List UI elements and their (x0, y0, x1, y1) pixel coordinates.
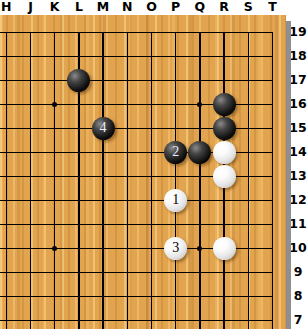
grid-line-row-8 (0, 296, 273, 297)
go-diagram: HJKLMNOPQRST 19181716151413121110987 421… (0, 0, 308, 329)
row-label-8: 8 (288, 288, 308, 304)
stone-black-M15[interactable]: 4 (92, 117, 115, 140)
column-label-P: P (166, 0, 186, 14)
move-number-label: 2 (172, 145, 179, 159)
move-number-label: 1 (172, 193, 179, 207)
stone-black-R15[interactable] (213, 117, 236, 140)
row-label-13: 13 (288, 168, 308, 184)
move-number-label: 4 (100, 121, 107, 135)
stone-black-R16[interactable] (213, 93, 236, 116)
column-label-R: R (214, 0, 234, 14)
row-label-18: 18 (288, 48, 308, 64)
board-edge-shadow (286, 21, 291, 329)
grid-line-row-17 (0, 80, 273, 81)
star-point-K10 (52, 246, 57, 251)
column-label-T: T (263, 0, 283, 14)
grid-line-col-H (6, 32, 7, 329)
column-label-J: J (21, 0, 41, 14)
row-label-17: 17 (288, 72, 308, 88)
star-point-K16 (52, 102, 57, 107)
column-label-K: K (45, 0, 65, 14)
column-label-M: M (93, 0, 113, 14)
column-label-S: S (238, 0, 258, 14)
move-number-label: 3 (172, 241, 179, 255)
stone-black-Q14[interactable] (188, 141, 211, 164)
stone-white-R14[interactable] (213, 141, 236, 164)
grid-line-row-7 (0, 320, 273, 321)
stone-white-R10[interactable] (213, 237, 236, 260)
column-label-L: L (69, 0, 89, 14)
row-label-12: 12 (288, 192, 308, 208)
row-label-15: 15 (288, 120, 308, 136)
grid-line-col-O (151, 32, 152, 329)
grid-line-col-T (272, 32, 273, 329)
column-label-H: H (0, 0, 16, 14)
column-label-Q: Q (190, 0, 210, 14)
row-label-11: 11 (288, 216, 308, 232)
grid-line-col-J (30, 32, 31, 329)
row-label-10: 10 (288, 240, 308, 256)
grid-line-col-P (175, 32, 176, 329)
grid-line-row-19 (0, 32, 273, 33)
stone-white-P10[interactable]: 3 (164, 237, 187, 260)
row-label-9: 9 (288, 264, 308, 280)
grid-line-row-18 (0, 56, 273, 57)
stone-white-P12[interactable]: 1 (164, 189, 187, 212)
grid-line-row-9 (0, 272, 273, 273)
star-point-Q10 (197, 246, 202, 251)
grid-line-col-M (102, 32, 103, 329)
column-label-O: O (142, 0, 162, 14)
row-label-14: 14 (288, 144, 308, 160)
star-point-Q16 (197, 102, 202, 107)
grid-line-row-11 (0, 224, 273, 225)
grid-line-col-Q (199, 32, 200, 329)
stone-white-R13[interactable] (213, 165, 236, 188)
column-label-N: N (117, 0, 137, 14)
grid-line-col-S (248, 32, 249, 329)
stone-black-P14[interactable]: 2 (164, 141, 187, 164)
grid-line-row-12 (0, 200, 273, 201)
grid-line-col-N (127, 32, 128, 329)
grid-line-col-K (54, 32, 55, 329)
stone-black-L17[interactable] (67, 69, 90, 92)
row-label-7: 7 (288, 312, 308, 328)
row-label-16: 16 (288, 96, 308, 112)
row-label-19: 19 (288, 24, 308, 40)
go-board[interactable]: 4213 (0, 15, 286, 329)
